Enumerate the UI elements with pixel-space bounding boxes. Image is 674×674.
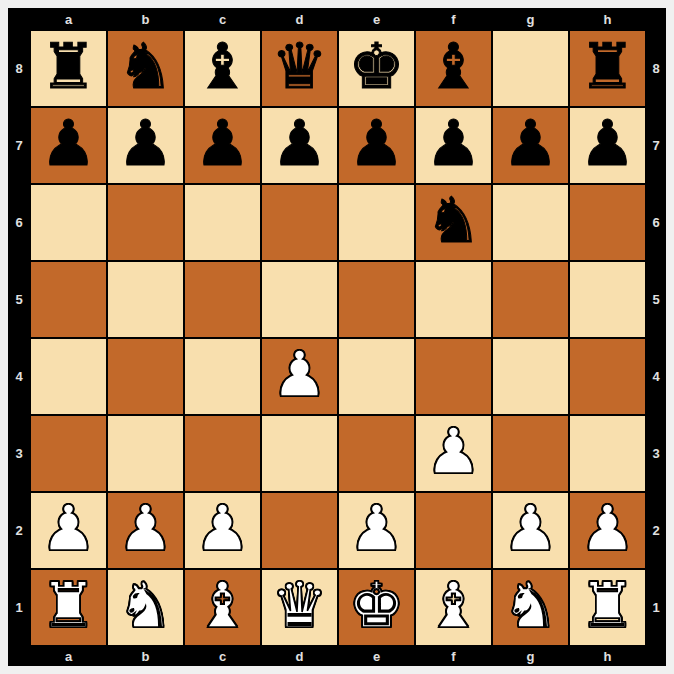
rank-label-3-right: 3 bbox=[646, 415, 666, 492]
square-d5[interactable] bbox=[261, 261, 338, 338]
square-b7[interactable]: ♟ bbox=[107, 107, 184, 184]
square-h8[interactable]: ♜ bbox=[569, 30, 646, 107]
square-d2[interactable] bbox=[261, 492, 338, 569]
file-label-c-bottom: c bbox=[184, 646, 261, 666]
rank-label-1-right: 1 bbox=[646, 569, 666, 646]
square-a8[interactable]: ♜ bbox=[30, 30, 107, 107]
piece-white-pawn: ♟ bbox=[271, 343, 327, 406]
square-g8[interactable] bbox=[492, 30, 569, 107]
rank-label-5-right: 5 bbox=[646, 261, 666, 338]
file-label-e-top: e bbox=[338, 8, 415, 30]
square-f6[interactable]: ♞ bbox=[415, 184, 492, 261]
square-e4[interactable] bbox=[338, 338, 415, 415]
piece-white-pawn: ♟ bbox=[579, 497, 635, 560]
square-e3[interactable] bbox=[338, 415, 415, 492]
file-label-g-top: g bbox=[492, 8, 569, 30]
rank-label-4-right: 4 bbox=[646, 338, 666, 415]
square-f3[interactable]: ♟ bbox=[415, 415, 492, 492]
square-f7[interactable]: ♟ bbox=[415, 107, 492, 184]
square-h2[interactable]: ♟ bbox=[569, 492, 646, 569]
file-label-h-bottom: h bbox=[569, 646, 646, 666]
rank-label-4-left: 4 bbox=[8, 338, 30, 415]
piece-black-rook: ♜ bbox=[579, 35, 635, 98]
rank-label-7-left: 7 bbox=[8, 107, 30, 184]
square-d8[interactable]: ♛ bbox=[261, 30, 338, 107]
file-label-a-top: a bbox=[30, 8, 107, 30]
square-g5[interactable] bbox=[492, 261, 569, 338]
rank-label-8-left: 8 bbox=[8, 30, 30, 107]
piece-white-queen: ♛ bbox=[271, 574, 327, 637]
board-frame: abcdefgh 87654321 ♜♞♝♛♚♝♜♟♟♟♟♟♟♟♟♞♟♟♟♟♟♟… bbox=[8, 8, 666, 666]
rank-label-6-right: 6 bbox=[646, 184, 666, 261]
rank-label-2-left: 2 bbox=[8, 492, 30, 569]
square-d1[interactable]: ♛ bbox=[261, 569, 338, 646]
file-label-a-bottom: a bbox=[30, 646, 107, 666]
piece-black-rook: ♜ bbox=[40, 35, 96, 98]
square-b3[interactable] bbox=[107, 415, 184, 492]
piece-black-knight: ♞ bbox=[117, 35, 173, 98]
piece-black-bishop: ♝ bbox=[425, 35, 481, 98]
piece-white-knight: ♞ bbox=[117, 574, 173, 637]
square-g7[interactable]: ♟ bbox=[492, 107, 569, 184]
rank-label-5-left: 5 bbox=[8, 261, 30, 338]
square-b2[interactable]: ♟ bbox=[107, 492, 184, 569]
square-b6[interactable] bbox=[107, 184, 184, 261]
square-b1[interactable]: ♞ bbox=[107, 569, 184, 646]
file-label-d-bottom: d bbox=[261, 646, 338, 666]
square-d6[interactable] bbox=[261, 184, 338, 261]
square-b8[interactable]: ♞ bbox=[107, 30, 184, 107]
file-label-d-top: d bbox=[261, 8, 338, 30]
piece-white-king: ♚ bbox=[348, 574, 404, 637]
piece-black-knight: ♞ bbox=[425, 189, 481, 252]
piece-white-pawn: ♟ bbox=[117, 497, 173, 560]
rank-labels-left: 87654321 bbox=[8, 30, 30, 646]
piece-white-rook: ♜ bbox=[579, 574, 635, 637]
rank-labels-right: 87654321 bbox=[646, 30, 666, 646]
rank-label-3-left: 3 bbox=[8, 415, 30, 492]
square-g2[interactable]: ♟ bbox=[492, 492, 569, 569]
piece-white-knight: ♞ bbox=[502, 574, 558, 637]
file-label-g-bottom: g bbox=[492, 646, 569, 666]
square-f2[interactable] bbox=[415, 492, 492, 569]
square-g6[interactable] bbox=[492, 184, 569, 261]
square-e6[interactable] bbox=[338, 184, 415, 261]
piece-black-pawn: ♟ bbox=[348, 112, 404, 175]
square-d4[interactable]: ♟ bbox=[261, 338, 338, 415]
chess-board: ♜♞♝♛♚♝♜♟♟♟♟♟♟♟♟♞♟♟♟♟♟♟♟♟♜♞♝♛♚♝♞♜ bbox=[30, 30, 646, 646]
square-a3[interactable] bbox=[30, 415, 107, 492]
square-c8[interactable]: ♝ bbox=[184, 30, 261, 107]
piece-black-pawn: ♟ bbox=[117, 112, 173, 175]
file-label-f-bottom: f bbox=[415, 646, 492, 666]
square-a7[interactable]: ♟ bbox=[30, 107, 107, 184]
file-labels-bottom: abcdefgh bbox=[30, 646, 646, 666]
piece-white-pawn: ♟ bbox=[40, 497, 96, 560]
piece-black-pawn: ♟ bbox=[40, 112, 96, 175]
piece-black-pawn: ♟ bbox=[271, 112, 327, 175]
square-h6[interactable] bbox=[569, 184, 646, 261]
piece-black-pawn: ♟ bbox=[579, 112, 635, 175]
square-h4[interactable] bbox=[569, 338, 646, 415]
piece-black-king: ♚ bbox=[348, 35, 404, 98]
rank-label-2-right: 2 bbox=[646, 492, 666, 569]
piece-black-pawn: ♟ bbox=[425, 112, 481, 175]
square-c6[interactable] bbox=[184, 184, 261, 261]
square-d3[interactable] bbox=[261, 415, 338, 492]
square-e8[interactable]: ♚ bbox=[338, 30, 415, 107]
square-g4[interactable] bbox=[492, 338, 569, 415]
square-g3[interactable] bbox=[492, 415, 569, 492]
square-c2[interactable]: ♟ bbox=[184, 492, 261, 569]
square-d7[interactable]: ♟ bbox=[261, 107, 338, 184]
square-e7[interactable]: ♟ bbox=[338, 107, 415, 184]
square-f8[interactable]: ♝ bbox=[415, 30, 492, 107]
square-c5[interactable] bbox=[184, 261, 261, 338]
piece-white-bishop: ♝ bbox=[425, 574, 481, 637]
square-c7[interactable]: ♟ bbox=[184, 107, 261, 184]
square-h3[interactable] bbox=[569, 415, 646, 492]
file-label-c-top: c bbox=[184, 8, 261, 30]
piece-white-bishop: ♝ bbox=[194, 574, 250, 637]
square-b5[interactable] bbox=[107, 261, 184, 338]
piece-white-rook: ♜ bbox=[40, 574, 96, 637]
file-label-h-top: h bbox=[569, 8, 646, 30]
file-labels-top: abcdefgh bbox=[30, 8, 646, 30]
file-label-f-top: f bbox=[415, 8, 492, 30]
square-c3[interactable] bbox=[184, 415, 261, 492]
square-a6[interactable] bbox=[30, 184, 107, 261]
file-label-e-bottom: e bbox=[338, 646, 415, 666]
piece-white-pawn: ♟ bbox=[502, 497, 558, 560]
square-e1[interactable]: ♚ bbox=[338, 569, 415, 646]
square-e5[interactable] bbox=[338, 261, 415, 338]
piece-white-pawn: ♟ bbox=[425, 420, 481, 483]
square-a5[interactable] bbox=[30, 261, 107, 338]
square-f5[interactable] bbox=[415, 261, 492, 338]
square-h1[interactable]: ♜ bbox=[569, 569, 646, 646]
square-f4[interactable] bbox=[415, 338, 492, 415]
rank-label-1-left: 1 bbox=[8, 569, 30, 646]
rank-label-7-right: 7 bbox=[646, 107, 666, 184]
rank-label-6-left: 6 bbox=[8, 184, 30, 261]
square-b4[interactable] bbox=[107, 338, 184, 415]
piece-black-pawn: ♟ bbox=[194, 112, 250, 175]
square-c4[interactable] bbox=[184, 338, 261, 415]
piece-white-pawn: ♟ bbox=[348, 497, 404, 560]
piece-black-bishop: ♝ bbox=[194, 35, 250, 98]
square-h5[interactable] bbox=[569, 261, 646, 338]
file-label-b-bottom: b bbox=[107, 646, 184, 666]
square-f1[interactable]: ♝ bbox=[415, 569, 492, 646]
square-g1[interactable]: ♞ bbox=[492, 569, 569, 646]
rank-label-8-right: 8 bbox=[646, 30, 666, 107]
piece-white-pawn: ♟ bbox=[194, 497, 250, 560]
square-e2[interactable]: ♟ bbox=[338, 492, 415, 569]
square-a4[interactable] bbox=[30, 338, 107, 415]
square-c1[interactable]: ♝ bbox=[184, 569, 261, 646]
piece-black-pawn: ♟ bbox=[502, 112, 558, 175]
square-a2[interactable]: ♟ bbox=[30, 492, 107, 569]
square-h7[interactable]: ♟ bbox=[569, 107, 646, 184]
square-a1[interactable]: ♜ bbox=[30, 569, 107, 646]
piece-black-queen: ♛ bbox=[271, 35, 327, 98]
file-label-b-top: b bbox=[107, 8, 184, 30]
